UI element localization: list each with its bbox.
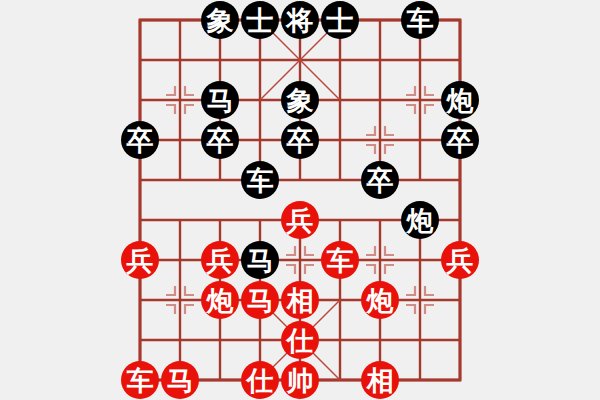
piece-red-elephant-e3[interactable]: 相 (281, 281, 319, 319)
piece-black-cannon-i8[interactable]: 炮 (441, 81, 479, 119)
piece-red-horse-d3[interactable]: 马 (241, 281, 279, 319)
piece-red-rook-f4[interactable]: 车 (321, 241, 359, 279)
piece-red-rook-a1[interactable]: 车 (121, 361, 159, 399)
piece-red-advisor-d1[interactable]: 仕 (241, 361, 279, 399)
piece-red-pawn-i4[interactable]: 兵 (441, 241, 479, 279)
piece-red-cannon-c3[interactable]: 炮 (201, 281, 239, 319)
piece-black-pawn-c7[interactable]: 卒 (201, 121, 239, 159)
piece-red-elephant-g1[interactable]: 相 (361, 361, 399, 399)
piece-black-elephant-c10[interactable]: 象 (201, 1, 239, 39)
piece-black-pawn-a7[interactable]: 卒 (121, 121, 159, 159)
piece-black-pawn-g6[interactable]: 卒 (361, 161, 399, 199)
piece-red-pawn-a4[interactable]: 兵 (121, 241, 159, 279)
piece-red-advisor-e2[interactable]: 仕 (281, 321, 319, 359)
piece-black-horse-c8[interactable]: 马 (201, 81, 239, 119)
piece-black-elephant-e8[interactable]: 象 (281, 81, 319, 119)
piece-red-horse-b1[interactable]: 马 (161, 361, 199, 399)
pieces-layer: 象士将士车马象炮卒卒卒卒车卒炮马兵兵兵车兵炮马相炮仕车马仕帅相 (120, 0, 480, 400)
piece-red-pawn-c4[interactable]: 兵 (201, 241, 239, 279)
piece-black-advisor-f10[interactable]: 士 (321, 1, 359, 39)
piece-black-rook-h10[interactable]: 车 (401, 1, 439, 39)
piece-black-rook-d6[interactable]: 车 (241, 161, 279, 199)
piece-black-advisor-d10[interactable]: 士 (241, 1, 279, 39)
piece-black-pawn-i7[interactable]: 卒 (441, 121, 479, 159)
piece-red-cannon-g3[interactable]: 炮 (361, 281, 399, 319)
xiangqi-app-screen: 象士将士车马象炮卒卒卒卒车卒炮马兵兵兵车兵炮马相炮仕车马仕帅相 (0, 0, 600, 400)
piece-red-pawn-e5[interactable]: 兵 (281, 201, 319, 239)
piece-black-cannon-h5[interactable]: 炮 (401, 201, 439, 239)
piece-black-horse-d4[interactable]: 马 (241, 241, 279, 279)
piece-red-king-e1[interactable]: 帅 (281, 361, 319, 399)
piece-black-king-e10[interactable]: 将 (281, 1, 319, 39)
piece-black-pawn-e7[interactable]: 卒 (281, 121, 319, 159)
